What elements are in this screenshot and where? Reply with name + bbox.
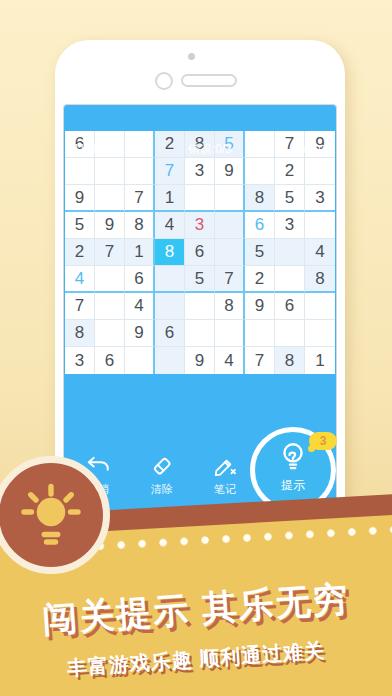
cell-r5c5[interactable]: 6 bbox=[185, 239, 215, 266]
cell-r6c3[interactable]: 6 bbox=[125, 266, 155, 293]
cell-r8c9[interactable] bbox=[305, 320, 335, 347]
erase-label: 清除 bbox=[134, 482, 190, 497]
cell-r2c6[interactable]: 9 bbox=[215, 158, 245, 185]
cell-r7c6[interactable]: 8 bbox=[215, 293, 245, 320]
notes-label: 笔记 bbox=[197, 482, 253, 497]
cell-r8c3[interactable]: 9 bbox=[125, 320, 155, 347]
game-screen: 11月12日 错误:0/3 00:03 62857973929718535984… bbox=[63, 104, 337, 520]
hint-label: 提示 bbox=[255, 477, 331, 494]
cell-r8c6[interactable] bbox=[215, 320, 245, 347]
speaker-slot-icon bbox=[181, 74, 237, 87]
cell-r7c1[interactable]: 7 bbox=[65, 293, 95, 320]
cell-r5c2[interactable]: 7 bbox=[95, 239, 125, 266]
camera-lens-icon bbox=[155, 72, 173, 90]
notes-pencil-icon bbox=[212, 453, 238, 479]
cell-r9c7[interactable]: 7 bbox=[245, 347, 275, 374]
cell-r3c5[interactable] bbox=[185, 185, 215, 212]
cell-r5c1[interactable]: 2 bbox=[65, 239, 95, 266]
sudoku-grid: 6285797392971853598436327186544657287489… bbox=[65, 131, 335, 374]
cell-r5c6[interactable] bbox=[215, 239, 245, 266]
cell-r8c8[interactable] bbox=[275, 320, 305, 347]
cell-r6c4[interactable] bbox=[155, 266, 185, 293]
cell-r2c7[interactable] bbox=[245, 158, 275, 185]
cell-r4c4[interactable]: 4 bbox=[155, 212, 185, 239]
cell-r6c5[interactable]: 5 bbox=[185, 266, 215, 293]
cell-r7c5[interactable] bbox=[185, 293, 215, 320]
cell-r7c4[interactable] bbox=[155, 293, 185, 320]
cell-r9c8[interactable]: 8 bbox=[275, 347, 305, 374]
cell-r3c4[interactable]: 1 bbox=[155, 185, 185, 212]
cell-r5c8[interactable] bbox=[275, 239, 305, 266]
cell-r2c5[interactable]: 3 bbox=[185, 158, 215, 185]
phone-frame: 11月12日 错误:0/3 00:03 62857973929718535984… bbox=[55, 40, 345, 520]
date-label: 11月12日 bbox=[73, 141, 123, 158]
cell-r3c3[interactable]: 7 bbox=[125, 185, 155, 212]
cell-r4c2[interactable]: 9 bbox=[95, 212, 125, 239]
cell-r8c1[interactable]: 8 bbox=[65, 320, 95, 347]
cell-r9c9[interactable]: 1 bbox=[305, 347, 335, 374]
cell-r5c9[interactable]: 4 bbox=[305, 239, 335, 266]
cell-r7c8[interactable]: 6 bbox=[275, 293, 305, 320]
cell-r7c3[interactable]: 4 bbox=[125, 293, 155, 320]
cell-r8c5[interactable] bbox=[185, 320, 215, 347]
cell-r9c5[interactable]: 9 bbox=[185, 347, 215, 374]
cell-r5c4[interactable]: 8 bbox=[155, 239, 185, 266]
cell-r6c8[interactable] bbox=[275, 266, 305, 293]
cell-r8c2[interactable] bbox=[95, 320, 125, 347]
cell-r2c1[interactable] bbox=[65, 158, 95, 185]
erase-button[interactable]: 清除 bbox=[134, 453, 190, 497]
cell-r3c1[interactable]: 9 bbox=[65, 185, 95, 212]
notes-button[interactable]: 笔记 bbox=[197, 453, 253, 497]
eraser-icon bbox=[149, 453, 175, 479]
cell-r2c8[interactable]: 2 bbox=[275, 158, 305, 185]
cell-r2c4[interactable]: 7 bbox=[155, 158, 185, 185]
game-header: 11月12日 错误:0/3 00:03 bbox=[64, 141, 336, 158]
cell-r6c9[interactable]: 8 bbox=[305, 266, 335, 293]
cell-r7c7[interactable]: 9 bbox=[245, 293, 275, 320]
cell-r8c4[interactable]: 6 bbox=[155, 320, 185, 347]
lightbulb-icon bbox=[276, 439, 310, 475]
cell-r9c6[interactable]: 4 bbox=[215, 347, 245, 374]
app-screenshot: 11月12日 错误:0/3 00:03 62857973929718535984… bbox=[0, 0, 392, 696]
cell-r4c6[interactable] bbox=[215, 212, 245, 239]
cell-r3c8[interactable]: 5 bbox=[275, 185, 305, 212]
sun-lightbulb-icon bbox=[15, 479, 87, 551]
timer-label: 00:03 bbox=[297, 143, 327, 157]
hint-count-badge: 3 bbox=[309, 432, 337, 450]
cell-r2c3[interactable] bbox=[125, 158, 155, 185]
cell-r4c9[interactable] bbox=[305, 212, 335, 239]
cell-r9c4[interactable] bbox=[155, 347, 185, 374]
cell-r4c5[interactable]: 3 bbox=[185, 212, 215, 239]
cell-r6c2[interactable] bbox=[95, 266, 125, 293]
cell-r8c7[interactable] bbox=[245, 320, 275, 347]
cell-r3c6[interactable] bbox=[215, 185, 245, 212]
cell-r4c1[interactable]: 5 bbox=[65, 212, 95, 239]
cell-r5c3[interactable]: 1 bbox=[125, 239, 155, 266]
cell-r9c2[interactable]: 6 bbox=[95, 347, 125, 374]
cell-r3c2[interactable] bbox=[95, 185, 125, 212]
cell-r9c1[interactable]: 3 bbox=[65, 347, 95, 374]
cell-r4c8[interactable]: 3 bbox=[275, 212, 305, 239]
cell-r6c1[interactable]: 4 bbox=[65, 266, 95, 293]
cell-r3c7[interactable]: 8 bbox=[245, 185, 275, 212]
camera-dot-icon bbox=[188, 53, 195, 60]
cell-r6c6[interactable]: 7 bbox=[215, 266, 245, 293]
cell-r4c7[interactable]: 6 bbox=[245, 212, 275, 239]
cell-r7c2[interactable] bbox=[95, 293, 125, 320]
cell-r4c3[interactable]: 8 bbox=[125, 212, 155, 239]
cell-r2c9[interactable] bbox=[305, 158, 335, 185]
cell-r3c9[interactable]: 3 bbox=[305, 185, 335, 212]
cell-r9c3[interactable] bbox=[125, 347, 155, 374]
cell-r5c7[interactable]: 5 bbox=[245, 239, 275, 266]
cell-r6c7[interactable]: 2 bbox=[245, 266, 275, 293]
cell-r2c2[interactable] bbox=[95, 158, 125, 185]
cell-r7c9[interactable] bbox=[305, 293, 335, 320]
errors-counter: 错误:0/3 bbox=[188, 141, 232, 158]
